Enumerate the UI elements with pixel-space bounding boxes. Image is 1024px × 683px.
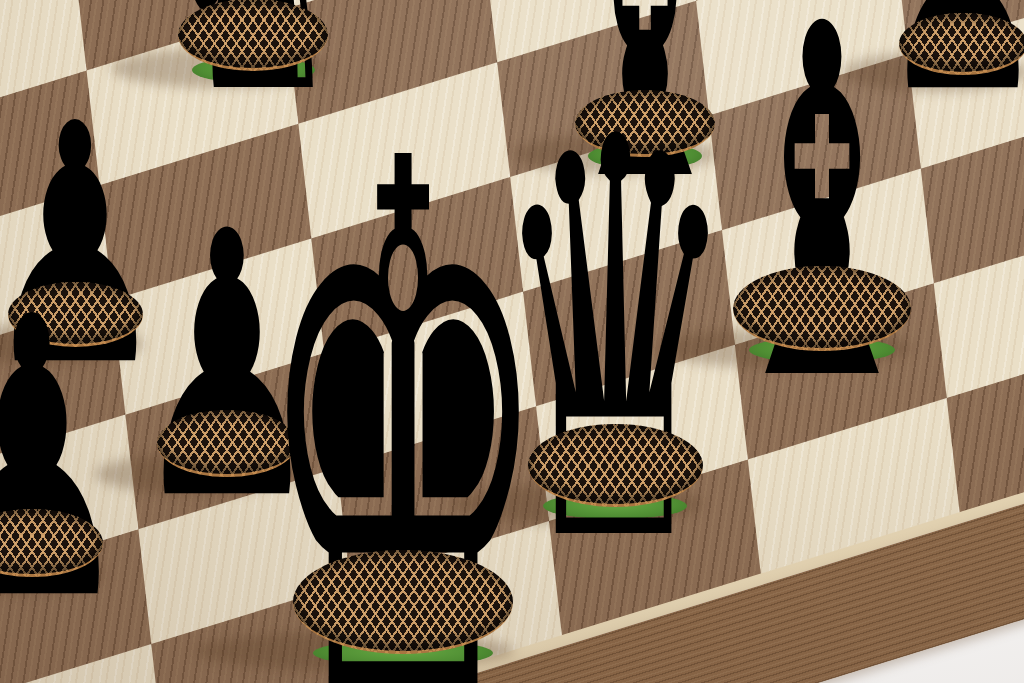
carved-lattice-skirt (733, 266, 911, 351)
carved-lattice-skirt (528, 424, 703, 508)
photo-canvas: ♞♟♝♟♝♟♛♟♚ (0, 0, 1024, 683)
carved-lattice-skirt (293, 550, 513, 654)
pawn-glyph: ♟ (0, 268, 132, 653)
bishop-glyph: ♝ (713, 0, 930, 448)
